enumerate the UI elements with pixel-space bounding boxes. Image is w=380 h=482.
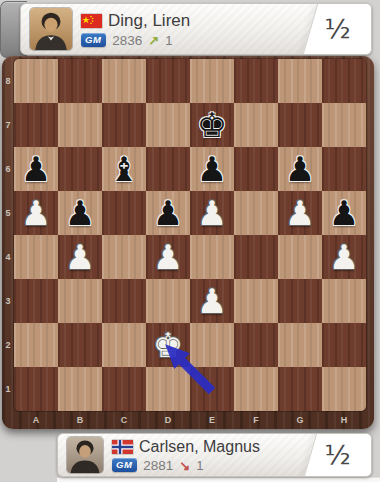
piece-bB[interactable]: ♝ xyxy=(102,147,146,191)
square-a4[interactable] xyxy=(14,235,58,279)
square-h3[interactable] xyxy=(322,279,366,323)
chess-board: 87654321 ABCDEFGH ♚♟♝♟♟♟♟♟♟♟♟♟♟♟♟♚ xyxy=(2,56,374,429)
square-f1[interactable] xyxy=(234,367,278,411)
square-a5[interactable]: ♟ xyxy=(14,191,58,235)
square-g2[interactable] xyxy=(278,323,322,367)
piece-bK[interactable]: ♚ xyxy=(190,103,234,147)
rating-change-top: 1 xyxy=(165,33,172,48)
player-card-bottom: Carlsen, Magnus GM 2881 ↘ 1 ½ xyxy=(57,433,372,477)
file-label-d: D xyxy=(146,411,190,429)
square-c3[interactable] xyxy=(102,279,146,323)
square-a1[interactable] xyxy=(14,367,58,411)
square-h8[interactable] xyxy=(322,59,366,103)
rank-label-2: 2 xyxy=(2,323,14,367)
rank-label-5: 5 xyxy=(2,191,14,235)
square-g5[interactable]: ♟ xyxy=(278,191,322,235)
square-c1[interactable] xyxy=(102,367,146,411)
file-label-a: A xyxy=(14,411,58,429)
square-f4[interactable] xyxy=(234,235,278,279)
piece-wP[interactable]: ♟ xyxy=(146,235,190,279)
square-a8[interactable] xyxy=(14,59,58,103)
square-c4[interactable] xyxy=(102,235,146,279)
panel-edge-bottom xyxy=(57,477,380,482)
square-d4[interactable]: ♟ xyxy=(146,235,190,279)
file-label-c: C xyxy=(102,411,146,429)
square-b8[interactable] xyxy=(58,59,102,103)
game-score-bottom: ½ xyxy=(324,439,350,470)
piece-wK[interactable]: ♚ xyxy=(146,323,190,367)
square-h2[interactable] xyxy=(322,323,366,367)
score-wedge-bottom: ½ xyxy=(303,433,372,477)
square-g7[interactable] xyxy=(278,103,322,147)
square-g3[interactable] xyxy=(278,279,322,323)
piece-wP[interactable]: ♟ xyxy=(322,235,366,279)
square-a6[interactable]: ♟ xyxy=(14,147,58,191)
file-label-g: G xyxy=(278,411,322,429)
square-g6[interactable]: ♟ xyxy=(278,147,322,191)
china-flag-icon xyxy=(81,14,102,28)
square-c7[interactable] xyxy=(102,103,146,147)
square-b4[interactable]: ♟ xyxy=(58,235,102,279)
square-h7[interactable] xyxy=(322,103,366,147)
square-g8[interactable] xyxy=(278,59,322,103)
rank-label-4: 4 xyxy=(2,235,14,279)
piece-wP[interactable]: ♟ xyxy=(190,279,234,323)
square-d5[interactable]: ♟ xyxy=(146,191,190,235)
file-label-e: E xyxy=(190,411,234,429)
piece-wP[interactable]: ♟ xyxy=(58,235,102,279)
square-g4[interactable] xyxy=(278,235,322,279)
avatar-ding xyxy=(30,8,72,50)
norway-flag-icon xyxy=(112,440,133,454)
game-score-top: ½ xyxy=(324,13,350,44)
square-b5[interactable]: ♟ xyxy=(58,191,102,235)
square-a7[interactable] xyxy=(14,103,58,147)
avatar-carlsen xyxy=(67,437,103,473)
square-d8[interactable] xyxy=(146,59,190,103)
square-c6[interactable]: ♝ xyxy=(102,147,146,191)
square-c2[interactable] xyxy=(102,323,146,367)
gm-title-badge: GM xyxy=(81,33,106,47)
player-rating-top: 2836 xyxy=(112,33,142,48)
piece-bP[interactable]: ♟ xyxy=(278,147,322,191)
square-h5[interactable]: ♟ xyxy=(322,191,366,235)
rank-label-7: 7 xyxy=(2,103,14,147)
square-d7[interactable] xyxy=(146,103,190,147)
square-f7[interactable] xyxy=(234,103,278,147)
rank-label-1: 1 xyxy=(2,367,14,411)
player-rating-bottom: 2881 xyxy=(143,458,173,473)
square-e6[interactable]: ♟ xyxy=(190,147,234,191)
square-b6[interactable] xyxy=(58,147,102,191)
file-label-f: F xyxy=(234,411,278,429)
player-name-bottom: Carlsen, Magnus xyxy=(139,438,260,456)
square-b2[interactable] xyxy=(58,323,102,367)
square-e1[interactable] xyxy=(190,367,234,411)
file-label-h: H xyxy=(322,411,366,429)
score-wedge-top: ½ xyxy=(302,3,372,55)
square-a2[interactable] xyxy=(14,323,58,367)
rating-down-icon: ↘ xyxy=(179,458,190,473)
square-f2[interactable] xyxy=(234,323,278,367)
player-name-top: Ding, Liren xyxy=(108,11,190,31)
square-e2[interactable] xyxy=(190,323,234,367)
square-d2[interactable]: ♚ xyxy=(146,323,190,367)
square-e5[interactable]: ♟ xyxy=(190,191,234,235)
square-d3[interactable] xyxy=(146,279,190,323)
square-f6[interactable] xyxy=(234,147,278,191)
file-label-b: B xyxy=(58,411,102,429)
file-labels: ABCDEFGH xyxy=(14,411,366,429)
piece-bP[interactable]: ♟ xyxy=(14,147,58,191)
square-g1[interactable] xyxy=(278,367,322,411)
square-d1[interactable] xyxy=(146,367,190,411)
piece-wP[interactable]: ♟ xyxy=(190,191,234,235)
piece-bP[interactable]: ♟ xyxy=(190,147,234,191)
square-d6[interactable] xyxy=(146,147,190,191)
rank-label-8: 8 xyxy=(2,59,14,103)
piece-bP[interactable]: ♟ xyxy=(322,191,366,235)
square-h4[interactable]: ♟ xyxy=(322,235,366,279)
square-c8[interactable] xyxy=(102,59,146,103)
rating-up-icon: ↗ xyxy=(148,33,159,48)
piece-bP[interactable]: ♟ xyxy=(146,191,190,235)
square-b3[interactable] xyxy=(58,279,102,323)
square-e3[interactable]: ♟ xyxy=(190,279,234,323)
square-f5[interactable] xyxy=(234,191,278,235)
square-h1[interactable] xyxy=(322,367,366,411)
square-f3[interactable] xyxy=(234,279,278,323)
gm-title-badge: GM xyxy=(112,458,137,472)
square-b7[interactable] xyxy=(58,103,102,147)
square-e4[interactable] xyxy=(190,235,234,279)
piece-wP[interactable]: ♟ xyxy=(14,191,58,235)
rank-label-6: 6 xyxy=(2,147,14,191)
rank-labels: 87654321 xyxy=(2,59,14,411)
rating-change-bottom: 1 xyxy=(196,458,203,473)
square-h6[interactable] xyxy=(322,147,366,191)
square-f8[interactable] xyxy=(234,59,278,103)
square-a3[interactable] xyxy=(14,279,58,323)
piece-wP[interactable]: ♟ xyxy=(278,191,322,235)
player-card-top: Ding, Liren GM 2836 ↗ 1 ½ xyxy=(20,3,372,55)
square-e7[interactable]: ♚ xyxy=(190,103,234,147)
square-b1[interactable] xyxy=(58,367,102,411)
rank-label-3: 3 xyxy=(2,279,14,323)
square-e8[interactable] xyxy=(190,59,234,103)
square-c5[interactable] xyxy=(102,191,146,235)
board-squares: ♚♟♝♟♟♟♟♟♟♟♟♟♟♟♟♚ xyxy=(14,59,366,411)
piece-bP[interactable]: ♟ xyxy=(58,191,102,235)
